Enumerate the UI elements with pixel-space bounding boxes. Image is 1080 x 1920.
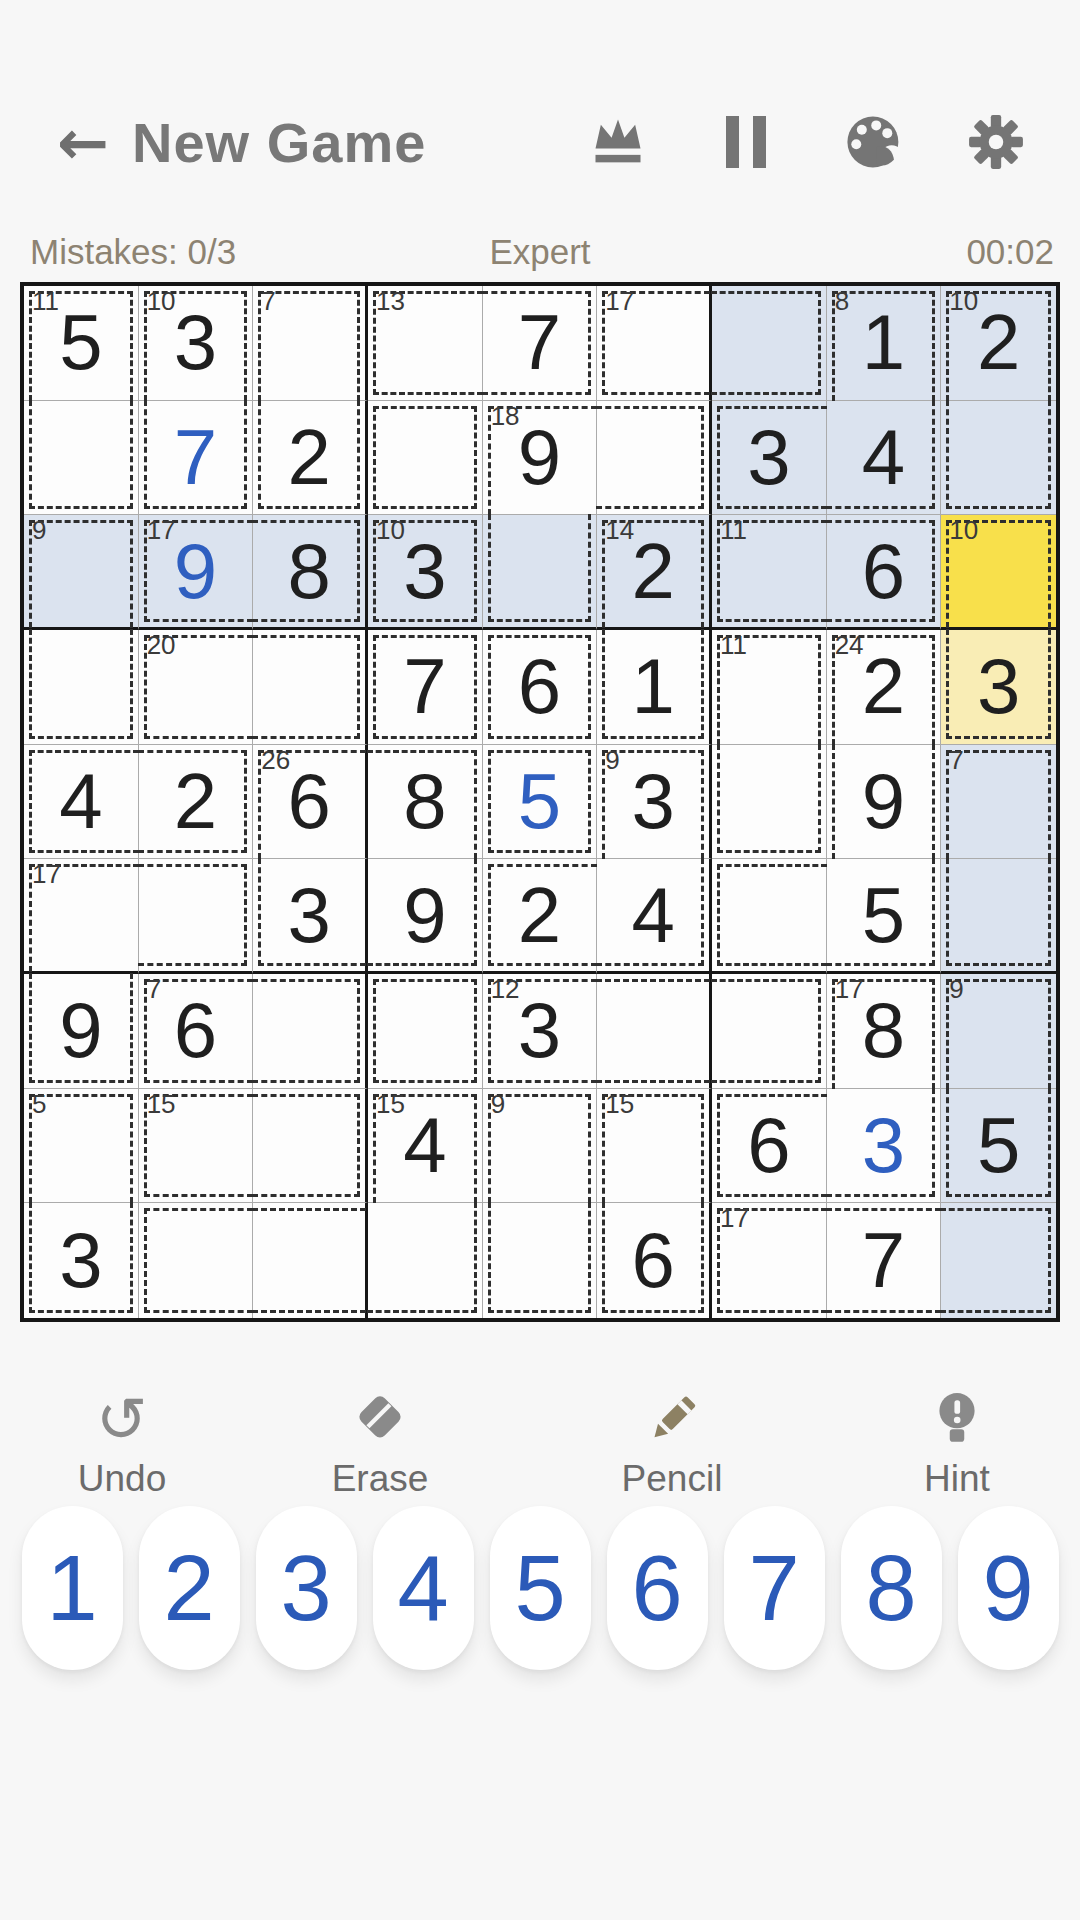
cell-value-given: 6 — [483, 630, 597, 744]
cell-r9c8[interactable]: 7 — [827, 1203, 942, 1318]
cage-border — [29, 629, 133, 739]
cell-r7c6[interactable] — [597, 974, 712, 1089]
cage-sum: 5 — [32, 1091, 46, 1118]
cell-r1c1[interactable]: 115 — [24, 286, 139, 401]
cell-r1c8[interactable]: 81 — [827, 286, 942, 401]
cage-sum: 17 — [720, 1205, 749, 1232]
cell-value-given: 8 — [253, 515, 365, 627]
cell-value-given: 2 — [483, 859, 597, 971]
cage-sum: 9 — [949, 976, 963, 1003]
numpad: 123456789 — [0, 1506, 1080, 1670]
pencil-icon — [582, 1378, 762, 1452]
cell-r9c2[interactable] — [139, 1203, 254, 1318]
cell-r5c6[interactable]: 93 — [597, 745, 712, 860]
cage-border — [940, 1208, 1051, 1313]
cell-r2c2[interactable]: 7 — [139, 401, 254, 516]
cell-r1c5[interactable]: 7 — [483, 286, 598, 401]
cage-sum: 15 — [605, 1091, 634, 1118]
cage-border — [596, 979, 710, 1083]
cell-value-given: 9 — [827, 745, 941, 859]
cell-r1c2[interactable]: 103 — [139, 286, 254, 401]
cage-border — [252, 1094, 360, 1198]
crown-icon[interactable] — [580, 96, 656, 188]
cell-r6c4[interactable]: 9 — [368, 859, 483, 974]
cell-r9c1[interactable]: 3 — [24, 1203, 139, 1318]
cell-r2c3[interactable]: 2 — [253, 401, 368, 516]
cell-value-given: 5 — [941, 1089, 1056, 1203]
cell-r9c9[interactable] — [941, 1203, 1056, 1318]
cage-sum: 9 — [32, 517, 46, 544]
back-arrow-icon[interactable]: ← — [48, 96, 118, 188]
lightbulb-icon — [867, 1378, 1047, 1452]
undo-icon: ↺ — [32, 1378, 212, 1452]
numpad-button-5[interactable]: 5 — [490, 1506, 591, 1670]
cell-r8c7[interactable]: 6 — [712, 1089, 827, 1204]
cell-value-given: 7 — [827, 1203, 941, 1318]
cell-r7c5[interactable]: 123 — [483, 974, 598, 1089]
cage-border — [596, 406, 704, 510]
cell-value-given: 6 — [253, 745, 365, 859]
cell-r9c5[interactable] — [483, 1203, 598, 1318]
header: ← New Game — [0, 96, 1080, 192]
cell-value-given: 1 — [597, 630, 709, 744]
cell-r2c9[interactable] — [941, 401, 1056, 516]
cell-r6c2[interactable] — [139, 859, 254, 974]
palette-icon[interactable] — [836, 96, 912, 188]
cell-r5c2[interactable]: 2 — [139, 745, 254, 860]
cage-border — [488, 1202, 592, 1313]
crown-icon-svg — [588, 116, 648, 168]
cell-value-given: 3 — [139, 286, 253, 400]
numpad-button-1[interactable]: 1 — [22, 1506, 123, 1670]
erase-button[interactable]: Erase — [290, 1378, 470, 1500]
cell-r8c6[interactable]: 15 — [597, 1089, 712, 1204]
cell-r1c4[interactable]: 13 — [368, 286, 483, 401]
cell-r6c5[interactable]: 2 — [483, 859, 598, 974]
numpad-button-8[interactable]: 8 — [841, 1506, 942, 1670]
cage-border — [946, 400, 1051, 510]
cell-r7c9[interactable]: 9 — [941, 974, 1056, 1089]
cell-r2c6[interactable] — [597, 401, 712, 516]
cell-r4c6[interactable]: 1 — [597, 630, 712, 745]
pencil-button[interactable]: Pencil — [582, 1378, 762, 1500]
cell-r6c9[interactable] — [941, 859, 1056, 974]
cell-r5c1[interactable]: 4 — [24, 745, 139, 860]
cell-r7c8[interactable]: 178 — [827, 974, 942, 1089]
cell-value-given: 6 — [597, 1203, 709, 1318]
cell-r3c8[interactable]: 6 — [827, 515, 942, 630]
cell-r6c3[interactable]: 3 — [253, 859, 368, 974]
cell-r4c2[interactable]: 20 — [139, 630, 254, 745]
cell-r4c9[interactable]: 3 — [941, 630, 1056, 745]
numpad-button-9[interactable]: 9 — [958, 1506, 1059, 1670]
cell-r3c4[interactable]: 103 — [368, 515, 483, 630]
cell-r4c4[interactable]: 7 — [368, 630, 483, 745]
erase-label: Erase — [290, 1458, 470, 1500]
cage-border — [946, 858, 1051, 966]
cell-r7c4[interactable] — [368, 974, 483, 1089]
cell-r1c9[interactable]: 102 — [941, 286, 1056, 401]
cell-value-given: 4 — [24, 745, 138, 859]
hint-label: Hint — [867, 1458, 1047, 1500]
cell-r6c7[interactable] — [712, 859, 827, 974]
cell-value-given: 6 — [139, 974, 253, 1088]
cell-r3c2[interactable]: 179 — [139, 515, 254, 630]
cell-r5c4[interactable]: 8 — [368, 745, 483, 860]
cell-r5c8[interactable]: 9 — [827, 745, 942, 860]
cell-r6c1[interactable]: 17 — [24, 859, 139, 974]
cell-value-given: 3 — [24, 1203, 138, 1318]
cell-r2c5[interactable]: 189 — [483, 401, 598, 516]
cage-sum: 15 — [147, 1091, 176, 1118]
numpad-button-4[interactable]: 4 — [373, 1506, 474, 1670]
numpad-button-7[interactable]: 7 — [724, 1506, 825, 1670]
cell-value-given: 3 — [483, 974, 597, 1088]
cell-r3c1[interactable]: 9 — [24, 515, 139, 630]
cell-r6c8[interactable]: 5 — [827, 859, 942, 974]
cage-sum: 13 — [376, 288, 405, 315]
cell-value-user: 3 — [827, 1089, 941, 1203]
cage-sum: 17 — [32, 861, 61, 888]
board-grid: 1151037137178110272189349179810314211610… — [20, 282, 1060, 1322]
cage-sum: 17 — [605, 288, 634, 315]
cage-sum: 9 — [491, 1091, 505, 1118]
cell-r1c6[interactable]: 17 — [597, 286, 712, 401]
cage-border — [252, 635, 360, 739]
gear-icon-svg — [967, 113, 1025, 171]
cell-value-given: 1 — [827, 286, 941, 400]
cell-value-given: 4 — [368, 1089, 482, 1203]
cell-r7c3[interactable] — [253, 974, 368, 1089]
cell-value-user: 7 — [139, 401, 253, 515]
cage-sum: 11 — [720, 632, 747, 659]
page-title: New Game — [132, 96, 426, 188]
cell-r8c2[interactable]: 15 — [139, 1089, 254, 1204]
game-timer: 00:02 — [966, 232, 1054, 272]
cell-r8c5[interactable]: 9 — [483, 1089, 598, 1204]
cell-r2c4[interactable] — [368, 401, 483, 516]
cell-value-user: 9 — [139, 515, 253, 627]
cell-r7c2[interactable]: 76 — [139, 974, 254, 1089]
undo-label: Undo — [32, 1458, 212, 1500]
cell-r3c3[interactable]: 8 — [253, 515, 368, 630]
cell-value-given: 2 — [827, 630, 941, 744]
cell-value-given: 2 — [941, 286, 1056, 400]
cell-r7c1[interactable]: 9 — [24, 974, 139, 1089]
cell-r4c8[interactable]: 242 — [827, 630, 942, 745]
cell-r3c9[interactable]: 10 — [941, 515, 1056, 630]
cell-value-given: 4 — [597, 859, 709, 971]
numpad-button-3[interactable]: 3 — [256, 1506, 357, 1670]
cell-r8c1[interactable]: 5 — [24, 1089, 139, 1204]
cell-value-given: 3 — [368, 515, 482, 627]
cage-border — [711, 291, 821, 395]
cell-r8c4[interactable]: 154 — [368, 1089, 483, 1204]
cell-value-given: 3 — [712, 401, 826, 515]
status-bar: Mistakes: 0/3 Expert 00:02 — [26, 232, 1054, 276]
cell-r6c6[interactable]: 4 — [597, 859, 712, 974]
undo-button[interactable]: ↺ Undo — [32, 1378, 212, 1500]
cell-r8c3[interactable] — [253, 1089, 368, 1204]
cage-border — [252, 979, 360, 1083]
difficulty-label: Expert — [26, 232, 1054, 272]
cell-value-given: 2 — [253, 401, 365, 515]
cell-value-given: 2 — [597, 515, 709, 627]
cell-r2c1[interactable] — [24, 401, 139, 516]
pause-icon[interactable] — [708, 96, 784, 188]
cell-r4c7[interactable]: 11 — [712, 630, 827, 745]
cell-value-given: 6 — [712, 1089, 826, 1203]
cell-r8c8[interactable]: 3 — [827, 1089, 942, 1204]
pencil-label: Pencil — [582, 1458, 762, 1500]
cell-value-given: 8 — [827, 974, 941, 1088]
cell-r9c4[interactable] — [368, 1203, 483, 1318]
cell-r4c5[interactable]: 6 — [483, 630, 598, 745]
cell-r2c8[interactable]: 4 — [827, 401, 942, 516]
cell-r4c1[interactable] — [24, 630, 139, 745]
cell-value-given: 4 — [827, 401, 941, 515]
cell-r9c3[interactable] — [253, 1203, 368, 1318]
toolbar: ↺ Undo Erase Pencil — [0, 1378, 1080, 1508]
cage-sum: 7 — [261, 288, 275, 315]
cell-value-given: 5 — [827, 859, 941, 971]
cell-r8c9[interactable]: 5 — [941, 1089, 1056, 1204]
cell-value-given: 9 — [483, 401, 597, 515]
cell-r1c3[interactable]: 7 — [253, 286, 368, 401]
eraser-icon — [290, 1378, 470, 1452]
cell-r9c6[interactable]: 6 — [597, 1203, 712, 1318]
cage-border — [373, 979, 477, 1083]
cell-r5c5[interactable]: 5 — [483, 745, 598, 860]
cage-sum: 7 — [949, 747, 963, 774]
cell-value-given: 9 — [24, 974, 138, 1088]
cage-border — [488, 514, 592, 622]
cell-value-given: 5 — [24, 286, 138, 400]
cell-value-given: 7 — [368, 630, 482, 744]
cell-r3c7[interactable]: 11 — [712, 515, 827, 630]
hint-button[interactable]: Hint — [867, 1378, 1047, 1500]
cage-border — [711, 979, 821, 1083]
cell-r3c5[interactable] — [483, 515, 598, 630]
cell-r5c9[interactable]: 7 — [941, 745, 1056, 860]
numpad-button-6[interactable]: 6 — [607, 1506, 708, 1670]
cell-value-given: 9 — [368, 859, 482, 971]
cage-border — [138, 864, 248, 966]
cell-value-given: 3 — [597, 745, 709, 859]
cell-r2c7[interactable]: 3 — [712, 401, 827, 516]
cell-value-given: 3 — [253, 859, 365, 971]
cage-sum: 11 — [720, 517, 747, 544]
cage-sum: 10 — [949, 517, 978, 544]
gear-icon[interactable] — [958, 96, 1034, 188]
cage-sum: 20 — [147, 632, 176, 659]
cell-value-given: 8 — [368, 745, 482, 859]
cage-border — [717, 744, 821, 854]
numpad-button-2[interactable]: 2 — [139, 1506, 240, 1670]
cell-r3c6[interactable]: 142 — [597, 515, 712, 630]
cell-r1c7[interactable] — [712, 286, 827, 401]
cell-r4c3[interactable] — [253, 630, 368, 745]
cage-border — [717, 864, 827, 966]
cell-value-given: 7 — [483, 286, 597, 400]
cell-r5c7[interactable] — [712, 745, 827, 860]
cell-r5c3[interactable]: 266 — [253, 745, 368, 860]
cage-border — [373, 406, 477, 510]
cage-border — [29, 400, 133, 510]
cell-value-given: 2 — [139, 745, 253, 859]
palette-icon-svg — [843, 113, 905, 171]
cage-border — [144, 1208, 254, 1313]
cage-border — [367, 1202, 477, 1313]
cell-r9c7[interactable]: 17 — [712, 1203, 827, 1318]
cell-r7c7[interactable] — [712, 974, 827, 1089]
cage-border — [252, 1208, 366, 1313]
cell-value-user: 5 — [483, 745, 597, 859]
cell-value-given: 6 — [827, 515, 941, 627]
cell-value-given: 3 — [941, 630, 1056, 744]
